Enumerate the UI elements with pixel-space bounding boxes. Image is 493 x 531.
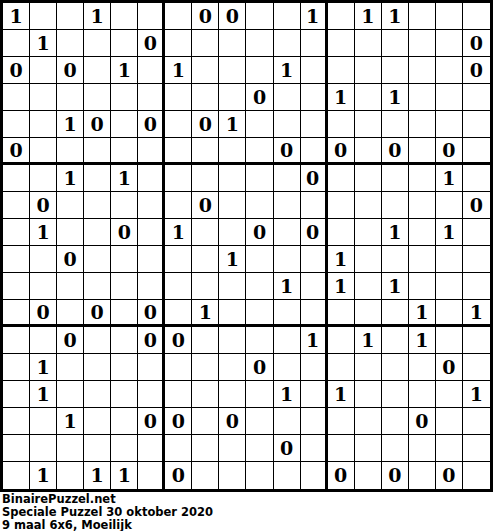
- cell-r1c7-empty[interactable]: [165, 3, 192, 30]
- cell-r3c15-empty[interactable]: [382, 57, 409, 84]
- cell-r16c11-empty[interactable]: [274, 408, 301, 435]
- cell-r8c7-empty[interactable]: [165, 192, 192, 219]
- cell-r3c1-given-0: 0: [3, 57, 30, 84]
- cell-r11c7-empty[interactable]: [165, 273, 192, 300]
- puzzle-footer: BinairePuzzel.net Speciale Puzzel 30 okt…: [0, 492, 493, 531]
- cell-r8c15-empty[interactable]: [382, 192, 409, 219]
- cell-r1c4-given-1: 1: [84, 3, 111, 30]
- cell-r17c6-empty[interactable]: [138, 435, 165, 462]
- cell-r15c4-empty[interactable]: [84, 381, 111, 408]
- cell-r9c7-given-1: 1: [165, 219, 192, 246]
- cell-r17c9-empty[interactable]: [219, 435, 246, 462]
- cell-r5c9-given-1: 1: [219, 111, 246, 138]
- cell-r3c9-empty[interactable]: [219, 57, 246, 84]
- cell-r17c15-empty[interactable]: [382, 435, 409, 462]
- cell-r8c9-empty[interactable]: [219, 192, 246, 219]
- cell-r11c2-empty[interactable]: [30, 273, 57, 300]
- cell-r8c11-empty[interactable]: [274, 192, 301, 219]
- cell-r10c17-empty[interactable]: [436, 246, 463, 273]
- cell-r12c1-empty[interactable]: [3, 300, 30, 327]
- cell-r5c11-empty[interactable]: [274, 111, 301, 138]
- cell-r15c7-empty[interactable]: [165, 381, 192, 408]
- cell-r18c10-empty[interactable]: [246, 462, 273, 489]
- cell-r6c7-empty[interactable]: [165, 138, 192, 165]
- cell-r15c11-given-1: 1: [274, 381, 301, 408]
- cell-r2c18-given-0: 0: [463, 30, 490, 57]
- cell-r14c3-empty[interactable]: [57, 354, 84, 381]
- cell-r15c1-empty[interactable]: [3, 381, 30, 408]
- cell-r12c3-empty[interactable]: [57, 300, 84, 327]
- cell-r5c5-empty[interactable]: [111, 111, 138, 138]
- cell-r7c13-empty[interactable]: [328, 165, 355, 192]
- cell-r15c9-empty[interactable]: [219, 381, 246, 408]
- cell-r4c14-empty[interactable]: [355, 84, 382, 111]
- cell-r16c8-empty[interactable]: [192, 408, 219, 435]
- cell-r14c2-given-1: 1: [30, 354, 57, 381]
- cell-r11c13-given-1: 1: [328, 273, 355, 300]
- cell-r18c7-given-0: 0: [165, 462, 192, 489]
- cell-r10c12-empty[interactable]: [301, 246, 328, 273]
- cell-r4c15-given-1: 1: [382, 84, 409, 111]
- cell-r15c10-empty[interactable]: [246, 381, 273, 408]
- cell-r1c9-given-0: 0: [219, 3, 246, 30]
- cell-r10c10-empty[interactable]: [246, 246, 273, 273]
- cell-r2c16-empty[interactable]: [409, 30, 436, 57]
- cell-r1c14-given-1: 1: [355, 3, 382, 30]
- cell-r12c8-given-1: 1: [192, 300, 219, 327]
- cell-r7c14-empty[interactable]: [355, 165, 382, 192]
- cell-r9c2-given-1: 1: [30, 219, 57, 246]
- cell-r15c18-given-1: 1: [463, 381, 490, 408]
- cell-r16c16-given-0: 0: [409, 408, 436, 435]
- cell-r16c2-empty[interactable]: [30, 408, 57, 435]
- cell-r2c12-empty[interactable]: [301, 30, 328, 57]
- cell-r1c3-empty[interactable]: [57, 3, 84, 30]
- cell-r5c16-empty[interactable]: [409, 111, 436, 138]
- cell-r12c7-empty[interactable]: [165, 300, 192, 327]
- cell-r6c4-empty[interactable]: [84, 138, 111, 165]
- cell-r2c4-empty[interactable]: [84, 30, 111, 57]
- cell-r4c12-empty[interactable]: [301, 84, 328, 111]
- cell-r1c16-empty[interactable]: [409, 3, 436, 30]
- cell-r13c17-empty[interactable]: [436, 327, 463, 354]
- cell-r6c14-empty[interactable]: [355, 138, 382, 165]
- cell-r14c13-empty[interactable]: [328, 354, 355, 381]
- cell-r14c5-empty[interactable]: [111, 354, 138, 381]
- cell-r11c10-empty[interactable]: [246, 273, 273, 300]
- cell-r10c8-empty[interactable]: [192, 246, 219, 273]
- cell-r10c2-empty[interactable]: [30, 246, 57, 273]
- cell-r15c8-empty[interactable]: [192, 381, 219, 408]
- cell-r18c18-empty[interactable]: [463, 462, 490, 489]
- cell-r4c4-empty[interactable]: [84, 84, 111, 111]
- cell-r11c6-empty[interactable]: [138, 273, 165, 300]
- cell-r1c18-empty[interactable]: [463, 3, 490, 30]
- cell-r14c4-empty[interactable]: [84, 354, 111, 381]
- cell-r13c3-given-0: 0: [57, 327, 84, 354]
- cell-r5c15-empty[interactable]: [382, 111, 409, 138]
- cell-r12c17-empty[interactable]: [436, 300, 463, 327]
- cell-r14c6-empty[interactable]: [138, 354, 165, 381]
- cell-r4c1-empty[interactable]: [3, 84, 30, 111]
- cell-r2c9-empty[interactable]: [219, 30, 246, 57]
- cell-r7c9-empty[interactable]: [219, 165, 246, 192]
- cell-r16c9-given-0: 0: [219, 408, 246, 435]
- cell-r18c14-empty[interactable]: [355, 462, 382, 489]
- cell-r15c14-empty[interactable]: [355, 381, 382, 408]
- cell-r17c11-given-0: 0: [274, 435, 301, 462]
- cell-r12c14-empty[interactable]: [355, 300, 382, 327]
- cell-r4c5-empty[interactable]: [111, 84, 138, 111]
- cell-r17c17-empty[interactable]: [436, 435, 463, 462]
- cell-r7c17-given-1: 1: [436, 165, 463, 192]
- cell-r5c12-empty[interactable]: [301, 111, 328, 138]
- cell-r16c7-given-0: 0: [165, 408, 192, 435]
- cell-r8c16-empty[interactable]: [409, 192, 436, 219]
- binary-puzzle-board: 1100111100001110011100010000011010001010…: [0, 0, 493, 492]
- cell-r2c15-empty[interactable]: [382, 30, 409, 57]
- cell-r17c3-empty[interactable]: [57, 435, 84, 462]
- cell-r8c10-empty[interactable]: [246, 192, 273, 219]
- cell-r18c12-empty[interactable]: [301, 462, 328, 489]
- cell-r3c17-empty[interactable]: [436, 57, 463, 84]
- cell-r14c10-given-0: 0: [246, 354, 273, 381]
- cell-r10c5-empty[interactable]: [111, 246, 138, 273]
- cell-r17c12-empty[interactable]: [301, 435, 328, 462]
- cell-r6c10-empty[interactable]: [246, 138, 273, 165]
- cell-r13c9-empty[interactable]: [219, 327, 246, 354]
- cell-r6c13-given-0: 0: [328, 138, 355, 165]
- cell-r10c3-given-0: 0: [57, 246, 84, 273]
- cell-r11c3-empty[interactable]: [57, 273, 84, 300]
- cell-r9c8-empty[interactable]: [192, 219, 219, 246]
- cell-r11c9-empty[interactable]: [219, 273, 246, 300]
- cell-r4c9-empty[interactable]: [219, 84, 246, 111]
- cell-r3c14-empty[interactable]: [355, 57, 382, 84]
- cell-r10c7-empty[interactable]: [165, 246, 192, 273]
- cell-r3c6-empty[interactable]: [138, 57, 165, 84]
- cell-r9c3-empty[interactable]: [57, 219, 84, 246]
- cell-r16c5-empty[interactable]: [111, 408, 138, 435]
- cell-r5c10-empty[interactable]: [246, 111, 273, 138]
- cell-r6c8-empty[interactable]: [192, 138, 219, 165]
- cell-r6c3-empty[interactable]: [57, 138, 84, 165]
- cell-r3c4-empty[interactable]: [84, 57, 111, 84]
- cell-r14c9-empty[interactable]: [219, 354, 246, 381]
- cell-r6c6-empty[interactable]: [138, 138, 165, 165]
- cell-r16c3-given-1: 1: [57, 408, 84, 435]
- cell-r1c13-empty[interactable]: [328, 3, 355, 30]
- cell-r7c18-empty[interactable]: [463, 165, 490, 192]
- cell-r16c14-empty[interactable]: [355, 408, 382, 435]
- cell-r11c18-empty[interactable]: [463, 273, 490, 300]
- cell-r3c7-given-1: 1: [165, 57, 192, 84]
- cell-r5c18-empty[interactable]: [463, 111, 490, 138]
- cell-r5c2-empty[interactable]: [30, 111, 57, 138]
- cell-r13c5-empty[interactable]: [111, 327, 138, 354]
- cell-r10c14-empty[interactable]: [355, 246, 382, 273]
- cell-r17c2-empty[interactable]: [30, 435, 57, 462]
- cell-r1c11-empty[interactable]: [274, 3, 301, 30]
- cell-r8c3-empty[interactable]: [57, 192, 84, 219]
- cell-r11c15-given-1: 1: [382, 273, 409, 300]
- cell-r15c16-empty[interactable]: [409, 381, 436, 408]
- cell-r4c7-empty[interactable]: [165, 84, 192, 111]
- cell-r14c16-empty[interactable]: [409, 354, 436, 381]
- cell-r15c3-empty[interactable]: [57, 381, 84, 408]
- cell-r2c6-given-0: 0: [138, 30, 165, 57]
- cell-r16c10-empty[interactable]: [246, 408, 273, 435]
- cell-r4c16-empty[interactable]: [409, 84, 436, 111]
- cell-r12c12-empty[interactable]: [301, 300, 328, 327]
- cell-r4c17-empty[interactable]: [436, 84, 463, 111]
- cell-r13c10-empty[interactable]: [246, 327, 273, 354]
- cell-r9c13-empty[interactable]: [328, 219, 355, 246]
- cell-r18c8-empty[interactable]: [192, 462, 219, 489]
- cell-r9c6-empty[interactable]: [138, 219, 165, 246]
- cell-r6c5-empty[interactable]: [111, 138, 138, 165]
- cell-r17c16-empty[interactable]: [409, 435, 436, 462]
- cell-r15c17-empty[interactable]: [436, 381, 463, 408]
- cell-r17c7-empty[interactable]: [165, 435, 192, 462]
- cell-r7c2-empty[interactable]: [30, 165, 57, 192]
- cell-r18c4-given-1: 1: [84, 462, 111, 489]
- cell-r1c6-empty[interactable]: [138, 3, 165, 30]
- cell-r13c6-given-0: 0: [138, 327, 165, 354]
- cell-r1c10-empty[interactable]: [246, 3, 273, 30]
- cell-r17c14-empty[interactable]: [355, 435, 382, 462]
- cell-r8c4-empty[interactable]: [84, 192, 111, 219]
- cell-r7c11-empty[interactable]: [274, 165, 301, 192]
- cell-r2c8-empty[interactable]: [192, 30, 219, 57]
- cell-r3c13-empty[interactable]: [328, 57, 355, 84]
- cell-r12c18-given-1: 1: [463, 300, 490, 327]
- cell-r3c12-empty[interactable]: [301, 57, 328, 84]
- cell-r14c7-empty[interactable]: [165, 354, 192, 381]
- cell-r11c4-empty[interactable]: [84, 273, 111, 300]
- cell-r12c6-given-0: 0: [138, 300, 165, 327]
- cell-r3c16-empty[interactable]: [409, 57, 436, 84]
- cell-r3c11-given-1: 1: [274, 57, 301, 84]
- cell-r3c8-empty[interactable]: [192, 57, 219, 84]
- cell-r7c4-empty[interactable]: [84, 165, 111, 192]
- cell-r7c15-empty[interactable]: [382, 165, 409, 192]
- cell-r15c5-empty[interactable]: [111, 381, 138, 408]
- cell-r17c8-empty[interactable]: [192, 435, 219, 462]
- cell-r6c1-given-0: 0: [3, 138, 30, 165]
- cell-r13c13-empty[interactable]: [328, 327, 355, 354]
- cell-r2c1-empty[interactable]: [3, 30, 30, 57]
- cell-r4c8-empty[interactable]: [192, 84, 219, 111]
- cell-r8c1-empty[interactable]: [3, 192, 30, 219]
- cell-r8c12-empty[interactable]: [301, 192, 328, 219]
- cell-r10c16-empty[interactable]: [409, 246, 436, 273]
- cell-r11c12-empty[interactable]: [301, 273, 328, 300]
- cell-r11c1-empty[interactable]: [3, 273, 30, 300]
- cell-r14c15-empty[interactable]: [382, 354, 409, 381]
- cell-r16c18-empty[interactable]: [463, 408, 490, 435]
- cell-r8c6-empty[interactable]: [138, 192, 165, 219]
- cell-r14c11-empty[interactable]: [274, 354, 301, 381]
- cell-r1c2-empty[interactable]: [30, 3, 57, 30]
- cell-r5c1-empty[interactable]: [3, 111, 30, 138]
- cell-r5c13-empty[interactable]: [328, 111, 355, 138]
- cell-r10c11-empty[interactable]: [274, 246, 301, 273]
- cell-r17c5-empty[interactable]: [111, 435, 138, 462]
- cell-r9c11-empty[interactable]: [274, 219, 301, 246]
- cell-r9c4-empty[interactable]: [84, 219, 111, 246]
- cell-r18c6-empty[interactable]: [138, 462, 165, 489]
- cell-r6c12-empty[interactable]: [301, 138, 328, 165]
- cell-r13c11-empty[interactable]: [274, 327, 301, 354]
- cell-r12c13-empty[interactable]: [328, 300, 355, 327]
- cell-r18c2-given-1: 1: [30, 462, 57, 489]
- cell-r14c18-empty[interactable]: [463, 354, 490, 381]
- cell-r7c16-empty[interactable]: [409, 165, 436, 192]
- cell-r17c18-empty[interactable]: [463, 435, 490, 462]
- cell-r18c1-empty[interactable]: [3, 462, 30, 489]
- cell-r2c14-empty[interactable]: [355, 30, 382, 57]
- cell-r10c15-empty[interactable]: [382, 246, 409, 273]
- cell-r2c3-empty[interactable]: [57, 30, 84, 57]
- cell-r9c5-given-0: 0: [111, 219, 138, 246]
- cell-r7c3-given-1: 1: [57, 165, 84, 192]
- cell-r17c13-empty[interactable]: [328, 435, 355, 462]
- cell-r2c13-empty[interactable]: [328, 30, 355, 57]
- cell-r16c6-given-0: 0: [138, 408, 165, 435]
- cell-r6c18-empty[interactable]: [463, 138, 490, 165]
- cell-r13c15-empty[interactable]: [382, 327, 409, 354]
- cell-r4c2-empty[interactable]: [30, 84, 57, 111]
- cell-r14c1-empty[interactable]: [3, 354, 30, 381]
- cell-r1c12-given-1: 1: [301, 3, 328, 30]
- cell-r18c9-empty[interactable]: [219, 462, 246, 489]
- cell-r13c2-empty[interactable]: [30, 327, 57, 354]
- cell-r16c13-empty[interactable]: [328, 408, 355, 435]
- cell-r13c18-empty[interactable]: [463, 327, 490, 354]
- cell-r9c18-empty[interactable]: [463, 219, 490, 246]
- cell-r2c10-empty[interactable]: [246, 30, 273, 57]
- cell-r8c5-empty[interactable]: [111, 192, 138, 219]
- cell-r2c11-empty[interactable]: [274, 30, 301, 57]
- cell-r9c14-empty[interactable]: [355, 219, 382, 246]
- cell-r7c7-empty[interactable]: [165, 165, 192, 192]
- cell-r12c11-empty[interactable]: [274, 300, 301, 327]
- cell-r18c3-empty[interactable]: [57, 462, 84, 489]
- cell-r8c8-given-0: 0: [192, 192, 219, 219]
- cell-r2c2-given-1: 1: [30, 30, 57, 57]
- cell-r10c9-given-1: 1: [219, 246, 246, 273]
- cell-r4c11-empty[interactable]: [274, 84, 301, 111]
- cell-r11c5-empty[interactable]: [111, 273, 138, 300]
- puzzle-spec: 9 maal 6x6, Moeilijk: [2, 519, 491, 531]
- cell-r5c7-empty[interactable]: [165, 111, 192, 138]
- cell-r16c17-empty[interactable]: [436, 408, 463, 435]
- cell-r9c17-given-1: 1: [436, 219, 463, 246]
- cell-r15c13-given-1: 1: [328, 381, 355, 408]
- cell-r14c8-empty[interactable]: [192, 354, 219, 381]
- cell-r12c15-empty[interactable]: [382, 300, 409, 327]
- cell-r7c12-given-0: 0: [301, 165, 328, 192]
- cell-r11c14-empty[interactable]: [355, 273, 382, 300]
- cell-r13c4-empty[interactable]: [84, 327, 111, 354]
- cell-r8c17-empty[interactable]: [436, 192, 463, 219]
- cell-r17c10-empty[interactable]: [246, 435, 273, 462]
- cell-r9c16-empty[interactable]: [409, 219, 436, 246]
- cell-r2c5-empty[interactable]: [111, 30, 138, 57]
- cell-r16c12-empty[interactable]: [301, 408, 328, 435]
- cell-r3c10-empty[interactable]: [246, 57, 273, 84]
- cell-r8c14-empty[interactable]: [355, 192, 382, 219]
- cell-r12c10-empty[interactable]: [246, 300, 273, 327]
- cell-r16c4-empty[interactable]: [84, 408, 111, 435]
- cell-r2c7-empty[interactable]: [165, 30, 192, 57]
- cell-r13c8-empty[interactable]: [192, 327, 219, 354]
- cell-r5c17-empty[interactable]: [436, 111, 463, 138]
- cell-r8c13-empty[interactable]: [328, 192, 355, 219]
- cell-r2c17-empty[interactable]: [436, 30, 463, 57]
- cell-r12c16-given-1: 1: [409, 300, 436, 327]
- cell-r13c14-given-1: 1: [355, 327, 382, 354]
- cell-r4c18-empty[interactable]: [463, 84, 490, 111]
- cell-r11c16-empty[interactable]: [409, 273, 436, 300]
- cell-r5c14-empty[interactable]: [355, 111, 382, 138]
- cell-r10c6-empty[interactable]: [138, 246, 165, 273]
- cell-r15c15-empty[interactable]: [382, 381, 409, 408]
- cell-r7c6-empty[interactable]: [138, 165, 165, 192]
- cell-r18c11-empty[interactable]: [274, 462, 301, 489]
- cell-r3c2-empty[interactable]: [30, 57, 57, 84]
- cell-r13c16-given-1: 1: [409, 327, 436, 354]
- cell-r8c18-given-0: 0: [463, 192, 490, 219]
- cell-r10c1-empty[interactable]: [3, 246, 30, 273]
- cell-r11c11-given-1: 1: [274, 273, 301, 300]
- cell-r16c15-empty[interactable]: [382, 408, 409, 435]
- cell-r17c1-empty[interactable]: [3, 435, 30, 462]
- cell-r6c9-empty[interactable]: [219, 138, 246, 165]
- cell-r4c6-empty[interactable]: [138, 84, 165, 111]
- cell-r14c12-empty[interactable]: [301, 354, 328, 381]
- cell-r18c13-given-0: 0: [328, 462, 355, 489]
- cell-r10c18-empty[interactable]: [463, 246, 490, 273]
- cell-r7c1-empty[interactable]: [3, 165, 30, 192]
- cell-r1c5-empty[interactable]: [111, 3, 138, 30]
- cell-r14c14-empty[interactable]: [355, 354, 382, 381]
- cell-r11c8-empty[interactable]: [192, 273, 219, 300]
- cell-r18c16-empty[interactable]: [409, 462, 436, 489]
- cell-r1c17-empty[interactable]: [436, 3, 463, 30]
- cell-r16c1-empty[interactable]: [3, 408, 30, 435]
- cell-r6c2-empty[interactable]: [30, 138, 57, 165]
- cell-r12c9-empty[interactable]: [219, 300, 246, 327]
- cell-r6c16-empty[interactable]: [409, 138, 436, 165]
- cell-r15c12-empty[interactable]: [301, 381, 328, 408]
- cell-r8c2-given-0: 0: [30, 192, 57, 219]
- cell-r9c9-empty[interactable]: [219, 219, 246, 246]
- cell-r10c4-empty[interactable]: [84, 246, 111, 273]
- cell-r13c1-empty[interactable]: [3, 327, 30, 354]
- cell-r17c4-empty[interactable]: [84, 435, 111, 462]
- cell-r4c3-empty[interactable]: [57, 84, 84, 111]
- cell-r12c2-given-0: 0: [30, 300, 57, 327]
- cell-r9c1-empty[interactable]: [3, 219, 30, 246]
- cell-r7c8-empty[interactable]: [192, 165, 219, 192]
- cell-r11c17-empty[interactable]: [436, 273, 463, 300]
- cell-r12c5-empty[interactable]: [111, 300, 138, 327]
- cell-r4c13-given-1: 1: [328, 84, 355, 111]
- cell-r7c10-empty[interactable]: [246, 165, 273, 192]
- cell-r15c6-empty[interactable]: [138, 381, 165, 408]
